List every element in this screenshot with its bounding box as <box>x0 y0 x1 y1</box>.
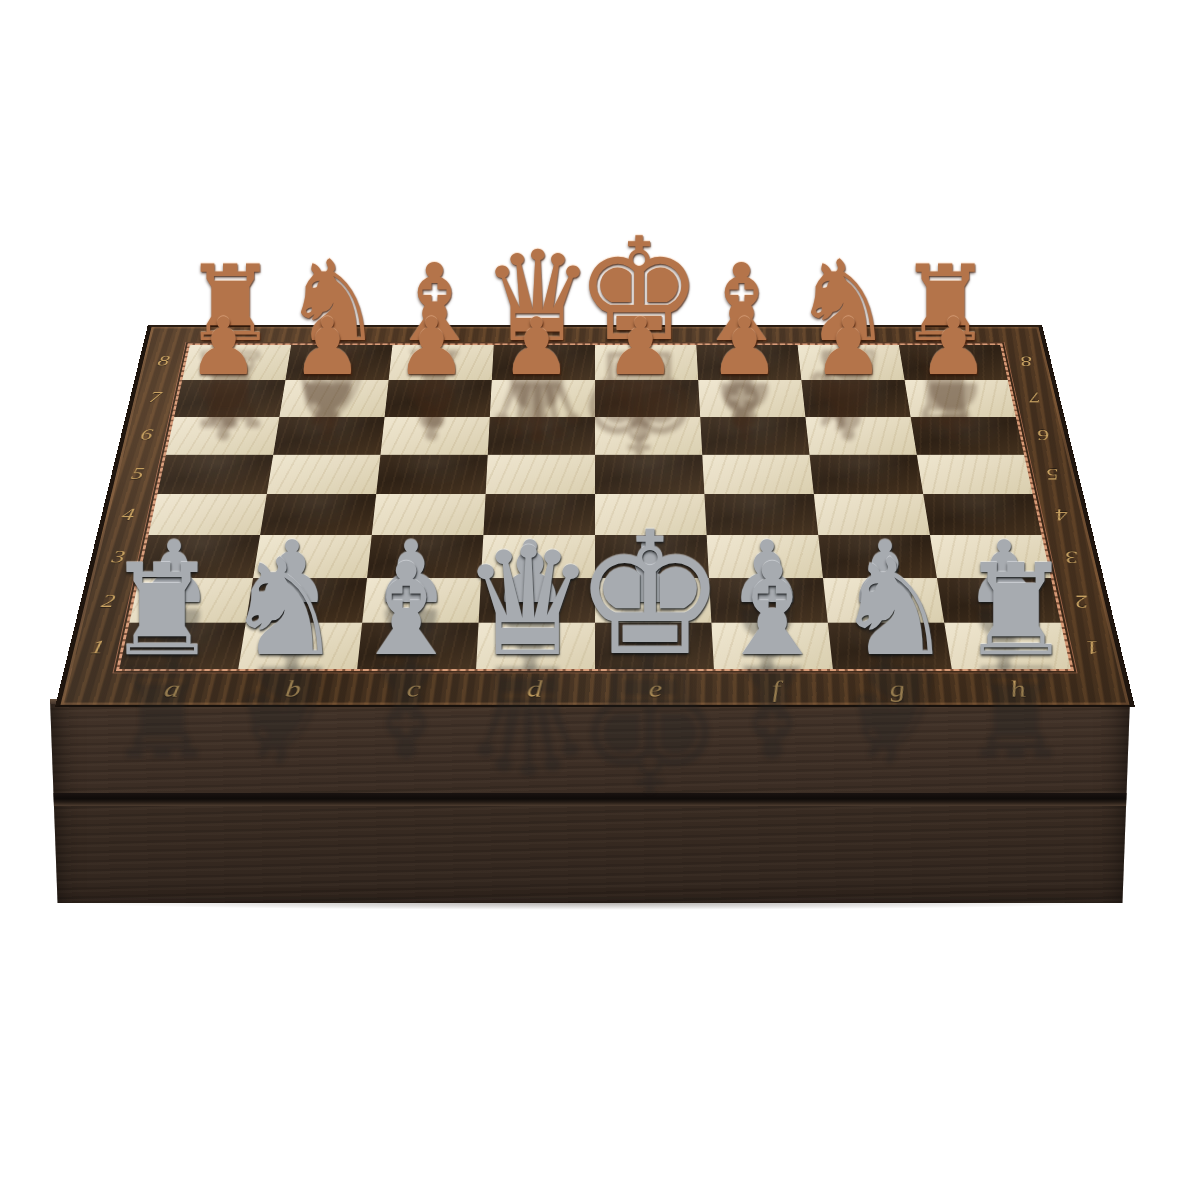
piece-white-knight-b1[interactable]: ♞ <box>217 541 351 675</box>
rank-label-left-6: 6 <box>132 427 162 442</box>
square-d6[interactable] <box>488 417 595 455</box>
rank-label-right-1: 1 <box>1075 638 1109 657</box>
rank-label-left-8: 8 <box>149 354 178 368</box>
piece-white-knight-g1[interactable]: ♞ <box>827 541 961 675</box>
rank-label-left-7: 7 <box>141 389 170 404</box>
square-f6[interactable] <box>700 417 809 455</box>
square-b6[interactable] <box>273 417 384 455</box>
wooden-box-front <box>50 699 1130 903</box>
square-g6[interactable] <box>805 417 916 455</box>
piece-black-pawn-a7[interactable]: ♟ <box>184 308 263 387</box>
rank-label-right-4: 4 <box>1046 506 1077 523</box>
piece-white-bishop-f1[interactable]: ♝ <box>708 546 836 674</box>
piece-black-pawn-g7[interactable]: ♟ <box>809 308 888 387</box>
rank-label-left-5: 5 <box>122 466 153 482</box>
piece-black-pawn-b7[interactable]: ♟ <box>288 308 367 387</box>
square-f5[interactable] <box>702 455 814 494</box>
piece-black-pawn-c7[interactable]: ♟ <box>392 308 471 387</box>
square-h5[interactable] <box>917 455 1033 494</box>
rank-label-right-8: 8 <box>1012 354 1041 368</box>
rank-label-right-7: 7 <box>1020 389 1049 404</box>
pieces-layer: ♜♞♝♛♚♝♞♜♟♟♟♟♟♟♟♟♟♟♟♟♟♟♟♟♜♞♝♛♚♝♞♜♜♞♝♛♚♝♞♜… <box>0 0 1180 1180</box>
rank-label-right-5: 5 <box>1037 466 1068 482</box>
rank-label-right-6: 6 <box>1028 427 1058 442</box>
piece-black-pawn-d7[interactable]: ♟ <box>497 308 576 387</box>
rank-label-left-4: 4 <box>113 506 144 523</box>
box-lid-seam <box>50 793 1130 806</box>
square-d5[interactable] <box>486 455 595 494</box>
piece-white-rook-h1[interactable]: ♜ <box>953 548 1079 674</box>
piece-black-pawn-e7[interactable]: ♟ <box>601 308 680 387</box>
piece-black-pawn-f7[interactable]: ♟ <box>705 308 784 387</box>
square-h6[interactable] <box>911 417 1024 455</box>
piece-white-rook-a1[interactable]: ♜ <box>99 548 225 674</box>
square-e6[interactable] <box>595 417 702 455</box>
square-a6[interactable] <box>166 417 279 455</box>
piece-white-bishop-c1[interactable]: ♝ <box>342 546 470 674</box>
square-c6[interactable] <box>381 417 490 455</box>
square-e5[interactable] <box>595 455 704 494</box>
square-c5[interactable] <box>376 455 488 494</box>
square-a5[interactable] <box>157 455 273 494</box>
piece-black-pawn-h7[interactable]: ♟ <box>914 308 993 387</box>
square-b5[interactable] <box>267 455 381 494</box>
product-photo-scene: 8877665544332211abcdefgh ♜♞♝♛♚♝♞♜♟♟♟♟♟♟♟… <box>0 0 1180 1180</box>
square-g5[interactable] <box>809 455 923 494</box>
